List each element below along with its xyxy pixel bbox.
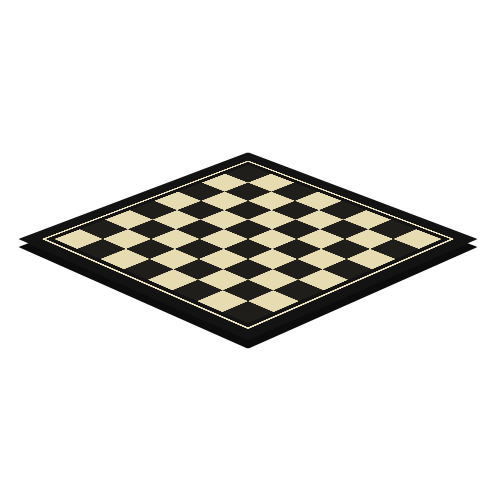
board-grid (54, 165, 441, 323)
chess-board (18, 152, 477, 340)
pinstripe-border (42, 160, 455, 329)
product-photo-scene (0, 0, 500, 500)
